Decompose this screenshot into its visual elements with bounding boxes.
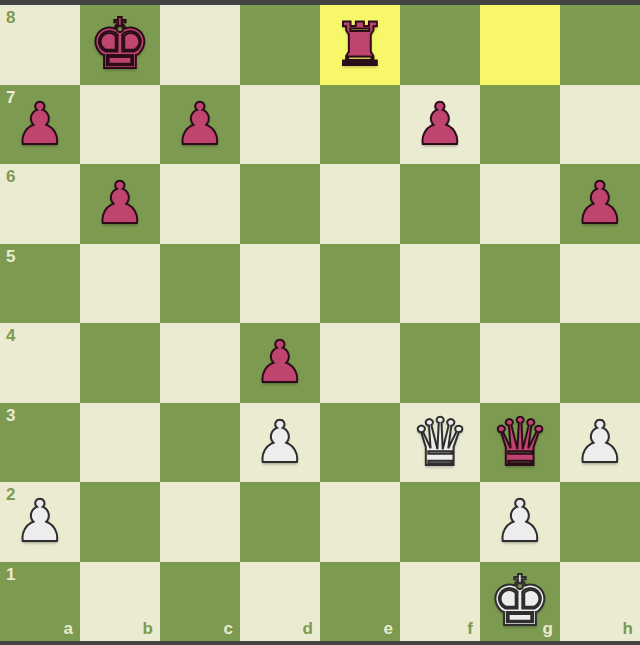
square-a3[interactable]: 3 xyxy=(0,403,80,483)
square-a2[interactable]: 2♟ xyxy=(0,482,80,562)
square-h7[interactable] xyxy=(560,85,640,165)
piece-black-pawn-a7[interactable]: ♟ xyxy=(14,85,66,165)
square-e4[interactable] xyxy=(320,323,400,403)
rank-label-8: 8 xyxy=(6,9,15,26)
square-d2[interactable] xyxy=(240,482,320,562)
square-c7[interactable]: ♟ xyxy=(160,85,240,165)
square-a7[interactable]: 7♟ xyxy=(0,85,80,165)
piece-white-king-g1[interactable]: ♚ xyxy=(489,562,552,642)
square-f4[interactable] xyxy=(400,323,480,403)
piece-white-queen-f3[interactable]: ♛ xyxy=(410,403,469,483)
square-d5[interactable] xyxy=(240,244,320,324)
square-c1[interactable]: c xyxy=(160,562,240,642)
file-label-c: c xyxy=(224,620,233,637)
chess-board: 8♚♜7♟♟♟6♟♟54♟3♟♛♛♟2♟♟1abcdefg♚h xyxy=(0,5,640,641)
square-g2[interactable]: ♟ xyxy=(480,482,560,562)
square-b3[interactable] xyxy=(80,403,160,483)
square-e3[interactable] xyxy=(320,403,400,483)
square-c5[interactable] xyxy=(160,244,240,324)
square-f3[interactable]: ♛ xyxy=(400,403,480,483)
square-a6[interactable]: 6 xyxy=(0,164,80,244)
square-e2[interactable] xyxy=(320,482,400,562)
piece-black-rook-e8[interactable]: ♜ xyxy=(333,5,387,85)
square-f8[interactable] xyxy=(400,5,480,85)
square-c2[interactable] xyxy=(160,482,240,562)
piece-black-pawn-h6[interactable]: ♟ xyxy=(574,164,626,244)
square-d6[interactable] xyxy=(240,164,320,244)
square-h8[interactable] xyxy=(560,5,640,85)
square-f2[interactable] xyxy=(400,482,480,562)
square-h4[interactable] xyxy=(560,323,640,403)
piece-black-pawn-c7[interactable]: ♟ xyxy=(174,85,226,165)
square-b8[interactable]: ♚ xyxy=(80,5,160,85)
square-h2[interactable] xyxy=(560,482,640,562)
square-d8[interactable] xyxy=(240,5,320,85)
piece-white-pawn-d3[interactable]: ♟ xyxy=(254,403,306,483)
rank-label-5: 5 xyxy=(6,248,15,265)
square-f5[interactable] xyxy=(400,244,480,324)
piece-black-queen-g3[interactable]: ♛ xyxy=(490,403,549,483)
square-e5[interactable] xyxy=(320,244,400,324)
rank-label-4: 4 xyxy=(6,327,15,344)
square-g6[interactable] xyxy=(480,164,560,244)
file-label-e: e xyxy=(384,620,393,637)
square-c3[interactable] xyxy=(160,403,240,483)
square-g5[interactable] xyxy=(480,244,560,324)
square-e8[interactable]: ♜ xyxy=(320,5,400,85)
square-f7[interactable]: ♟ xyxy=(400,85,480,165)
piece-black-pawn-d4[interactable]: ♟ xyxy=(254,323,306,403)
piece-black-pawn-f7[interactable]: ♟ xyxy=(414,85,466,165)
square-f6[interactable] xyxy=(400,164,480,244)
file-label-a: a xyxy=(64,620,73,637)
square-e1[interactable]: e xyxy=(320,562,400,642)
square-c6[interactable] xyxy=(160,164,240,244)
square-c8[interactable] xyxy=(160,5,240,85)
square-g4[interactable] xyxy=(480,323,560,403)
chess-app-frame: 8♚♜7♟♟♟6♟♟54♟3♟♛♛♟2♟♟1abcdefg♚h xyxy=(0,0,640,645)
square-h3[interactable]: ♟ xyxy=(560,403,640,483)
square-b6[interactable]: ♟ xyxy=(80,164,160,244)
piece-white-pawn-h3[interactable]: ♟ xyxy=(574,403,626,483)
square-b7[interactable] xyxy=(80,85,160,165)
top-frame-bar xyxy=(0,0,640,5)
square-d1[interactable]: d xyxy=(240,562,320,642)
square-d4[interactable]: ♟ xyxy=(240,323,320,403)
file-label-b: b xyxy=(143,620,153,637)
square-g8[interactable] xyxy=(480,5,560,85)
square-g7[interactable] xyxy=(480,85,560,165)
square-e7[interactable] xyxy=(320,85,400,165)
square-b4[interactable] xyxy=(80,323,160,403)
piece-white-pawn-a2[interactable]: ♟ xyxy=(14,482,66,562)
piece-black-pawn-b6[interactable]: ♟ xyxy=(94,164,146,244)
square-g3[interactable]: ♛ xyxy=(480,403,560,483)
square-a5[interactable]: 5 xyxy=(0,244,80,324)
square-f1[interactable]: f xyxy=(400,562,480,642)
square-g1[interactable]: g♚ xyxy=(480,562,560,642)
piece-white-pawn-g2[interactable]: ♟ xyxy=(494,482,546,562)
file-label-d: d xyxy=(303,620,313,637)
square-a1[interactable]: 1a xyxy=(0,562,80,642)
file-label-h: h xyxy=(623,620,633,637)
piece-black-king-b8[interactable]: ♚ xyxy=(89,5,152,85)
square-c4[interactable] xyxy=(160,323,240,403)
rank-label-3: 3 xyxy=(6,407,15,424)
square-h5[interactable] xyxy=(560,244,640,324)
bottom-frame-bar xyxy=(0,641,640,645)
file-label-f: f xyxy=(467,620,473,637)
square-b1[interactable]: b xyxy=(80,562,160,642)
square-a8[interactable]: 8 xyxy=(0,5,80,85)
square-b5[interactable] xyxy=(80,244,160,324)
square-d7[interactable] xyxy=(240,85,320,165)
rank-label-1: 1 xyxy=(6,566,15,583)
square-d3[interactable]: ♟ xyxy=(240,403,320,483)
square-h1[interactable]: h xyxy=(560,562,640,642)
rank-label-6: 6 xyxy=(6,168,15,185)
square-h6[interactable]: ♟ xyxy=(560,164,640,244)
square-b2[interactable] xyxy=(80,482,160,562)
square-a4[interactable]: 4 xyxy=(0,323,80,403)
square-e6[interactable] xyxy=(320,164,400,244)
